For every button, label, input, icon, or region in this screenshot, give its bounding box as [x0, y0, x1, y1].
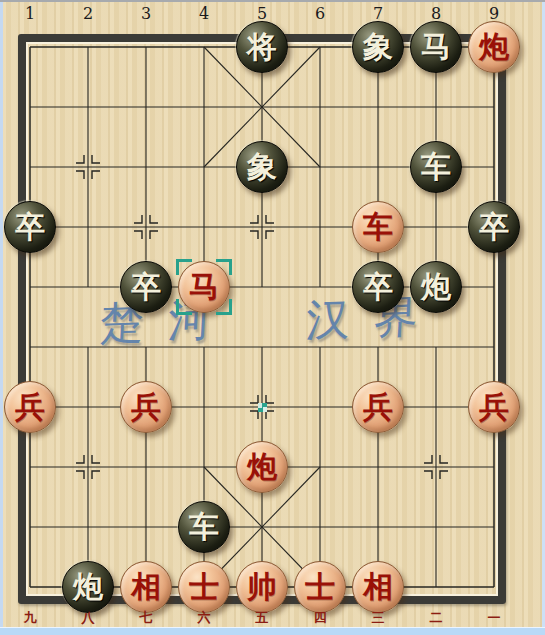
red-advisor-piece[interactable]: 士	[291, 557, 349, 617]
black-chariot-piece[interactable]: 车	[407, 137, 465, 197]
selection-bracket	[176, 259, 192, 275]
red-elephant-piece[interactable]: 相	[117, 557, 175, 617]
last-move-origin-marker	[233, 377, 291, 437]
black-general-piece[interactable]: 将	[233, 17, 291, 77]
black-soldier-piece[interactable]: 卒	[465, 197, 523, 257]
red-advisor-piece[interactable]: 士	[175, 557, 233, 617]
red-chariot-piece[interactable]: 车	[349, 197, 407, 257]
black-soldier-piece[interactable]: 卒	[349, 257, 407, 317]
black-horse-piece[interactable]: 马	[407, 17, 465, 77]
red-general-piece[interactable]: 帅	[233, 557, 291, 617]
black-soldier-piece[interactable]: 卒	[117, 257, 175, 317]
red-soldier-piece[interactable]: 兵	[465, 377, 523, 437]
red-cannon-piece[interactable]: 炮	[465, 17, 523, 77]
selection-bracket	[216, 259, 232, 275]
red-horse-piece[interactable]: 马	[175, 257, 233, 317]
window-edge-left	[0, 2, 3, 635]
red-soldier-piece[interactable]: 兵	[349, 377, 407, 437]
black-cannon-piece[interactable]: 炮	[59, 557, 117, 617]
xiangqi-app: 123456789 楚河 汉界 将象马炮象车卒车卒卒马卒炮兵兵兵兵炮车炮相士帅士…	[0, 0, 545, 635]
window-edge-top	[0, 0, 545, 2]
black-cannon-piece[interactable]: 炮	[407, 257, 465, 317]
black-chariot-piece[interactable]: 车	[175, 497, 233, 557]
black-elephant-piece[interactable]: 象	[349, 17, 407, 77]
red-soldier-piece[interactable]: 兵	[117, 377, 175, 437]
red-elephant-piece[interactable]: 相	[349, 557, 407, 617]
black-soldier-piece[interactable]: 卒	[1, 197, 59, 257]
black-elephant-piece[interactable]: 象	[233, 137, 291, 197]
board[interactable]: 将象马炮象车卒车卒卒马卒炮兵兵兵兵炮车炮相士帅士相	[1, 17, 523, 617]
red-soldier-piece[interactable]: 兵	[1, 377, 59, 437]
selection-bracket	[176, 299, 192, 315]
selection-bracket	[216, 299, 232, 315]
window-edge-bottom	[0, 627, 545, 635]
red-cannon-piece[interactable]: 炮	[233, 437, 291, 497]
